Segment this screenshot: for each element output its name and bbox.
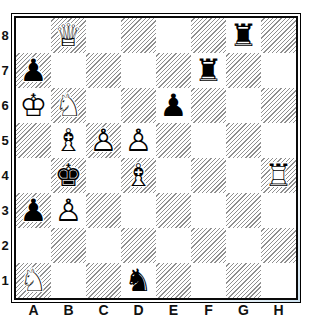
square-b8: ♛♕ bbox=[51, 18, 86, 53]
square-f3 bbox=[191, 193, 226, 228]
board-grid: ♛♕♜♟♜♚♔♞♘♟♝♗♟♙♟♙♚♝♗♜♖♟♟♙♞♘♞ bbox=[16, 18, 296, 298]
square-c6 bbox=[86, 88, 121, 123]
piece-white-knight-a1: ♘ bbox=[16, 263, 51, 298]
file-label-a: A bbox=[16, 302, 51, 318]
piece-white-pawn-d5: ♙ bbox=[121, 123, 156, 158]
square-d8 bbox=[121, 18, 156, 53]
chess-board: ♛♕♜♟♜♚♔♞♘♟♝♗♟♙♟♙♚♝♗♜♖♟♟♙♞♘♞ bbox=[11, 13, 301, 303]
rank-label-5: 5 bbox=[0, 123, 10, 158]
square-f1 bbox=[191, 263, 226, 298]
file-label-d: D bbox=[121, 302, 156, 318]
chess-diagram: 87654321 ♛♕♜♟♜♚♔♞♘♟♝♗♟♙♟♙♚♝♗♜♖♟♟♙♞♘♞ ABC… bbox=[0, 0, 314, 320]
file-label-f: F bbox=[191, 302, 226, 318]
square-e5 bbox=[156, 123, 191, 158]
rank-label-3: 3 bbox=[0, 193, 10, 228]
square-d3 bbox=[121, 193, 156, 228]
rank-label-4: 4 bbox=[0, 158, 10, 193]
square-c3 bbox=[86, 193, 121, 228]
piece-fill-white-bishop-d4: ♝ bbox=[121, 158, 156, 193]
rank-label-6: 6 bbox=[0, 88, 10, 123]
piece-fill-white-pawn-b3: ♟ bbox=[51, 193, 86, 228]
square-e4 bbox=[156, 158, 191, 193]
square-d4: ♝♗ bbox=[121, 158, 156, 193]
square-h8 bbox=[261, 18, 296, 53]
square-g2 bbox=[226, 228, 261, 263]
square-b6: ♞♘ bbox=[51, 88, 86, 123]
piece-fill-white-rook-h4: ♜ bbox=[261, 158, 296, 193]
piece-fill-white-king-a6: ♚ bbox=[16, 88, 51, 123]
piece-black-knight-d1: ♞ bbox=[121, 263, 156, 298]
square-a2 bbox=[16, 228, 51, 263]
piece-white-pawn-b3: ♙ bbox=[51, 193, 86, 228]
square-c1 bbox=[86, 263, 121, 298]
square-g8: ♜ bbox=[226, 18, 261, 53]
square-h7 bbox=[261, 53, 296, 88]
square-f7: ♜ bbox=[191, 53, 226, 88]
square-e6: ♟ bbox=[156, 88, 191, 123]
square-e7 bbox=[156, 53, 191, 88]
square-a4 bbox=[16, 158, 51, 193]
piece-fill-white-pawn-d5: ♟ bbox=[121, 123, 156, 158]
square-h2 bbox=[261, 228, 296, 263]
file-label-h: H bbox=[261, 302, 296, 318]
square-e2 bbox=[156, 228, 191, 263]
square-c8 bbox=[86, 18, 121, 53]
rank-label-7: 7 bbox=[0, 53, 10, 88]
square-c7 bbox=[86, 53, 121, 88]
piece-fill-white-bishop-b5: ♝ bbox=[51, 123, 86, 158]
piece-black-king-b4: ♚ bbox=[51, 158, 86, 193]
square-c4 bbox=[86, 158, 121, 193]
piece-white-bishop-d4: ♗ bbox=[121, 158, 156, 193]
square-a7: ♟ bbox=[16, 53, 51, 88]
square-e3 bbox=[156, 193, 191, 228]
square-b7 bbox=[51, 53, 86, 88]
square-h3 bbox=[261, 193, 296, 228]
piece-fill-white-pawn-c5: ♟ bbox=[86, 123, 121, 158]
square-a8 bbox=[16, 18, 51, 53]
square-g4 bbox=[226, 158, 261, 193]
square-d6 bbox=[121, 88, 156, 123]
square-h4: ♜♖ bbox=[261, 158, 296, 193]
rank-label-1: 1 bbox=[0, 263, 10, 298]
square-b3: ♟♙ bbox=[51, 193, 86, 228]
square-g3 bbox=[226, 193, 261, 228]
piece-white-pawn-c5: ♙ bbox=[86, 123, 121, 158]
piece-black-pawn-a3: ♟ bbox=[16, 193, 51, 228]
rank-label-8: 8 bbox=[0, 18, 10, 53]
square-d1: ♞ bbox=[121, 263, 156, 298]
square-a5 bbox=[16, 123, 51, 158]
square-c2 bbox=[86, 228, 121, 263]
square-g1 bbox=[226, 263, 261, 298]
piece-fill-white-knight-a1: ♞ bbox=[16, 263, 51, 298]
file-label-g: G bbox=[226, 302, 261, 318]
square-b4: ♚ bbox=[51, 158, 86, 193]
square-f2 bbox=[191, 228, 226, 263]
square-a1: ♞♘ bbox=[16, 263, 51, 298]
square-f5 bbox=[191, 123, 226, 158]
piece-white-king-a6: ♔ bbox=[16, 88, 51, 123]
square-d2 bbox=[121, 228, 156, 263]
piece-fill-white-knight-b6: ♞ bbox=[51, 88, 86, 123]
square-h5 bbox=[261, 123, 296, 158]
square-b5: ♝♗ bbox=[51, 123, 86, 158]
piece-black-pawn-e6: ♟ bbox=[156, 88, 191, 123]
square-g7 bbox=[226, 53, 261, 88]
square-h1 bbox=[261, 263, 296, 298]
square-c5: ♟♙ bbox=[86, 123, 121, 158]
piece-fill-white-queen-b8: ♛ bbox=[51, 18, 86, 53]
square-f4 bbox=[191, 158, 226, 193]
rank-label-2: 2 bbox=[0, 228, 10, 263]
square-e1 bbox=[156, 263, 191, 298]
square-e8 bbox=[156, 18, 191, 53]
square-d5: ♟♙ bbox=[121, 123, 156, 158]
piece-white-bishop-b5: ♗ bbox=[51, 123, 86, 158]
piece-black-rook-g8: ♜ bbox=[226, 18, 261, 53]
square-g6 bbox=[226, 88, 261, 123]
square-f6 bbox=[191, 88, 226, 123]
file-label-c: C bbox=[86, 302, 121, 318]
square-f8 bbox=[191, 18, 226, 53]
file-label-e: E bbox=[156, 302, 191, 318]
square-a3: ♟ bbox=[16, 193, 51, 228]
square-b1 bbox=[51, 263, 86, 298]
square-b2 bbox=[51, 228, 86, 263]
square-h6 bbox=[261, 88, 296, 123]
square-g5 bbox=[226, 123, 261, 158]
piece-white-knight-b6: ♘ bbox=[51, 88, 86, 123]
square-d7 bbox=[121, 53, 156, 88]
board-frame: ♛♕♜♟♜♚♔♞♘♟♝♗♟♙♟♙♚♝♗♜♖♟♟♙♞♘♞ bbox=[14, 16, 298, 300]
piece-black-rook-f7: ♜ bbox=[191, 53, 226, 88]
file-label-b: B bbox=[51, 302, 86, 318]
piece-white-rook-h4: ♖ bbox=[261, 158, 296, 193]
piece-white-queen-b8: ♕ bbox=[51, 18, 86, 53]
piece-black-pawn-a7: ♟ bbox=[16, 53, 51, 88]
square-a6: ♚♔ bbox=[16, 88, 51, 123]
